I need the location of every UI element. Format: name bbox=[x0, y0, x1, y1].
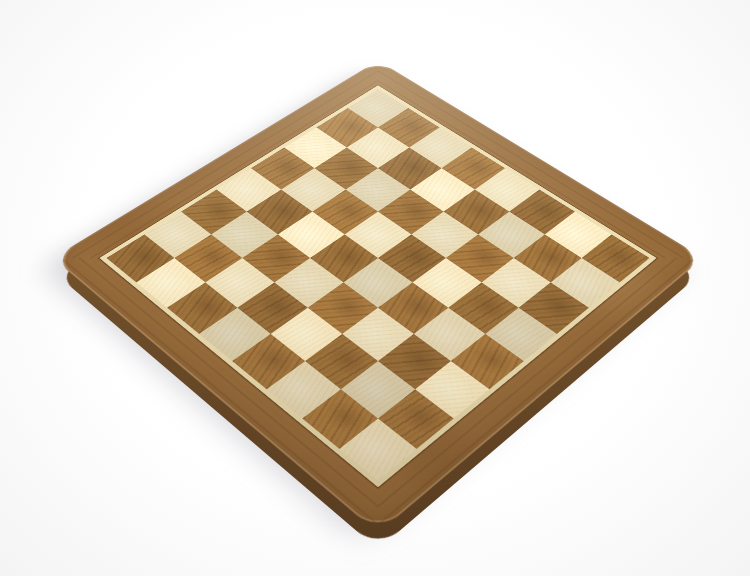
chessboard-scene bbox=[0, 0, 750, 576]
chess-board bbox=[53, 60, 704, 533]
board-grid bbox=[106, 89, 649, 480]
photo-background bbox=[0, 0, 750, 576]
playing-field bbox=[99, 85, 656, 487]
